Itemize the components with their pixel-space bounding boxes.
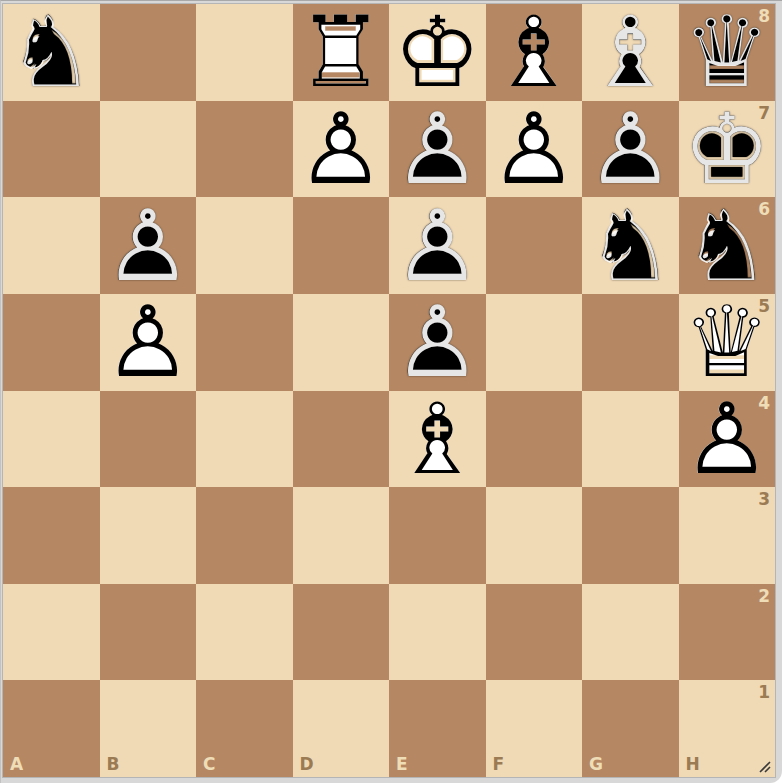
square-h4[interactable]: 4♟♙ [679,391,776,488]
white-rook-outline-glyph: ♖ [293,4,390,101]
square-c8[interactable] [196,4,293,101]
square-h3[interactable]: 3 [679,487,776,584]
square-c1[interactable]: C [196,680,293,777]
piece-black-pawn-g7[interactable]: ♟♙ [582,101,679,198]
square-c2[interactable] [196,584,293,681]
square-h5[interactable]: 5♛♕ [679,294,776,391]
white-pawn-outline-glyph: ♙ [486,101,583,198]
square-d2[interactable] [293,584,390,681]
piece-white-pawn-h4[interactable]: ♟♙ [679,391,776,488]
square-e3[interactable] [389,487,486,584]
piece-white-queen-h5[interactable]: ♛♕ [679,294,776,391]
rank-label-2: 2 [758,586,770,606]
square-f7[interactable]: ♟♙ [486,101,583,198]
white-queen-outline-glyph: ♕ [679,294,776,391]
square-c7[interactable] [196,101,293,198]
piece-black-king-h7[interactable]: ♚♔ [679,101,776,198]
piece-black-knight-g6[interactable]: ♞♘ [582,197,679,294]
square-a7[interactable] [3,101,100,198]
square-f3[interactable] [486,487,583,584]
piece-white-king-e8[interactable]: ♚♔ [389,4,486,101]
square-h6[interactable]: 6♞♘ [679,197,776,294]
file-label-g: G [589,754,603,774]
rank-label-1: 1 [758,682,770,702]
square-a3[interactable] [3,487,100,584]
file-label-e: E [396,754,408,774]
square-c3[interactable] [196,487,293,584]
square-e8[interactable]: ♚♔ [389,4,486,101]
black-pawn-outline-glyph: ♙ [389,197,486,294]
black-knight-outline-glyph: ♘ [582,197,679,294]
square-f6[interactable] [486,197,583,294]
square-h8[interactable]: 8♛♕ [679,4,776,101]
white-bishop-outline-glyph: ♗ [389,391,486,488]
white-pawn-outline-glyph: ♙ [679,391,776,488]
piece-black-pawn-e6[interactable]: ♟♙ [389,197,486,294]
piece-black-knight-h6[interactable]: ♞♘ [679,197,776,294]
black-queen-outline-glyph: ♕ [679,4,776,101]
square-f4[interactable] [486,391,583,488]
square-d4[interactable] [293,391,390,488]
square-f5[interactable] [486,294,583,391]
white-pawn-outline-glyph: ♙ [293,101,390,198]
file-label-f: F [493,754,505,774]
square-e4[interactable]: ♝♗ [389,391,486,488]
square-a2[interactable] [3,584,100,681]
black-bishop-outline-glyph: ♗ [582,4,679,101]
black-knight-outline-glyph: ♘ [679,197,776,294]
piece-white-bishop-e4[interactable]: ♝♗ [389,391,486,488]
square-c4[interactable] [196,391,293,488]
file-label-a: A [10,754,23,774]
square-f2[interactable] [486,584,583,681]
resize-grip-icon[interactable] [756,758,772,774]
black-king-outline-glyph: ♔ [679,101,776,198]
square-a8[interactable]: ♞♘ [3,4,100,101]
piece-black-queen-h8[interactable]: ♛♕ [679,4,776,101]
square-b7[interactable] [100,101,197,198]
square-b6[interactable]: ♟♙ [100,197,197,294]
piece-black-bishop-g8[interactable]: ♝♗ [582,4,679,101]
square-c5[interactable] [196,294,293,391]
square-e2[interactable] [389,584,486,681]
piece-white-pawn-b5[interactable]: ♟♙ [100,294,197,391]
square-h1[interactable]: H1 [679,680,776,777]
chess-board: ♞♘♜♖♚♔♝♗♝♗8♛♕♟♙♟♙♟♙♟♙7♚♔♟♙♟♙♞♘6♞♘♟♙♟♙5♛♕… [3,4,775,777]
square-h7[interactable]: 7♚♔ [679,101,776,198]
square-g5[interactable] [582,294,679,391]
square-f8[interactable]: ♝♗ [486,4,583,101]
square-d3[interactable] [293,487,390,584]
square-e7[interactable]: ♟♙ [389,101,486,198]
piece-black-pawn-e5[interactable]: ♟♙ [389,294,486,391]
piece-white-rook-d8[interactable]: ♜♖ [293,4,390,101]
square-b8[interactable] [100,4,197,101]
square-b5[interactable]: ♟♙ [100,294,197,391]
square-b3[interactable] [100,487,197,584]
file-label-b: B [107,754,120,774]
white-king-outline-glyph: ♔ [389,4,486,101]
square-g8[interactable]: ♝♗ [582,4,679,101]
square-e6[interactable]: ♟♙ [389,197,486,294]
square-d1[interactable]: D [293,680,390,777]
square-a1[interactable]: A [3,680,100,777]
square-c6[interactable] [196,197,293,294]
square-e5[interactable]: ♟♙ [389,294,486,391]
black-pawn-outline-glyph: ♙ [100,197,197,294]
piece-black-knight-a8[interactable]: ♞♘ [3,4,100,101]
white-bishop-outline-glyph: ♗ [486,4,583,101]
black-pawn-outline-glyph: ♙ [389,101,486,198]
white-pawn-outline-glyph: ♙ [100,294,197,391]
square-a6[interactable] [3,197,100,294]
square-b2[interactable] [100,584,197,681]
square-g4[interactable] [582,391,679,488]
square-b4[interactable] [100,391,197,488]
square-d8[interactable]: ♜♖ [293,4,390,101]
rank-label-3: 3 [758,489,770,509]
square-d7[interactable]: ♟♙ [293,101,390,198]
piece-white-pawn-f7[interactable]: ♟♙ [486,101,583,198]
square-g3[interactable] [582,487,679,584]
piece-black-pawn-b6[interactable]: ♟♙ [100,197,197,294]
square-g2[interactable] [582,584,679,681]
file-label-d: D [300,754,314,774]
file-label-h: H [686,754,700,774]
square-f1[interactable]: F [486,680,583,777]
square-b1[interactable]: B [100,680,197,777]
piece-white-pawn-d7[interactable]: ♟♙ [293,101,390,198]
window-frame: ♞♘♜♖♚♔♝♗♝♗8♛♕♟♙♟♙♟♙♟♙7♚♔♟♙♟♙♞♘6♞♘♟♙♟♙5♛♕… [0,0,782,783]
piece-black-pawn-e7[interactable]: ♟♙ [389,101,486,198]
square-h2[interactable]: 2 [679,584,776,681]
black-knight-outline-glyph: ♘ [3,4,100,101]
square-a5[interactable] [3,294,100,391]
square-d6[interactable] [293,197,390,294]
square-a4[interactable] [3,391,100,488]
square-g6[interactable]: ♞♘ [582,197,679,294]
black-pawn-outline-glyph: ♙ [582,101,679,198]
black-pawn-outline-glyph: ♙ [389,294,486,391]
piece-white-bishop-f8[interactable]: ♝♗ [486,4,583,101]
square-e1[interactable]: E [389,680,486,777]
square-g7[interactable]: ♟♙ [582,101,679,198]
file-label-c: C [203,754,215,774]
square-d5[interactable] [293,294,390,391]
square-g1[interactable]: G [582,680,679,777]
